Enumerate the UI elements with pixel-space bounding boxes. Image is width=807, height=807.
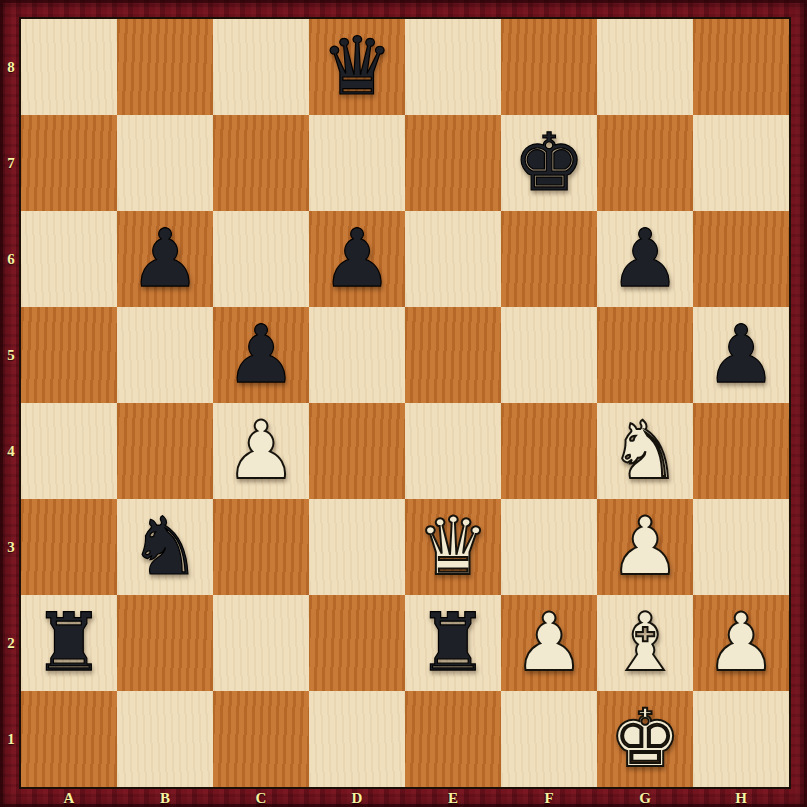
square-e3[interactable]: ♛ [405,499,501,595]
square-a8[interactable] [21,19,117,115]
white-knight-piece[interactable]: ♞ [609,411,681,491]
square-c6[interactable] [213,211,309,307]
square-a6[interactable] [21,211,117,307]
square-d4[interactable] [309,403,405,499]
square-g4[interactable]: ♞ [597,403,693,499]
white-bishop-piece[interactable]: ♝ [609,603,681,683]
square-g3[interactable]: ♟ [597,499,693,595]
rank-label-1: 1 [0,730,22,748]
square-c4[interactable]: ♟ [213,403,309,499]
square-a5[interactable] [21,307,117,403]
square-a3[interactable] [21,499,117,595]
square-c7[interactable] [213,115,309,211]
square-d1[interactable] [309,691,405,787]
square-d2[interactable] [309,595,405,691]
square-f6[interactable] [501,211,597,307]
rank-label-6: 6 [0,250,22,268]
square-f2[interactable]: ♟ [501,595,597,691]
square-a2[interactable]: ♜ [21,595,117,691]
black-king-piece[interactable]: ♚ [513,123,585,203]
square-c2[interactable] [213,595,309,691]
square-c5[interactable]: ♟ [213,307,309,403]
rank-label-8: 8 [0,58,22,76]
square-e4[interactable] [405,403,501,499]
square-h3[interactable] [693,499,789,595]
file-label-b: B [154,789,176,807]
black-pawn-piece[interactable]: ♟ [321,219,393,299]
square-h4[interactable] [693,403,789,499]
rank-label-2: 2 [0,634,22,652]
square-f1[interactable] [501,691,597,787]
white-queen-piece[interactable]: ♛ [417,507,489,587]
square-c8[interactable] [213,19,309,115]
square-e6[interactable] [405,211,501,307]
square-e7[interactable] [405,115,501,211]
square-c1[interactable] [213,691,309,787]
rank-label-4: 4 [0,442,22,460]
square-b3[interactable]: ♞ [117,499,213,595]
rank-label-7: 7 [0,154,22,172]
file-label-g: G [634,789,656,807]
square-b2[interactable] [117,595,213,691]
chessboard-frame: ♛♚♟♟♟♟♟♟♞♞♛♟♜♜♟♝♟♚ 87654321ABCDEFGH [0,0,807,807]
square-g6[interactable]: ♟ [597,211,693,307]
square-h7[interactable] [693,115,789,211]
black-knight-piece[interactable]: ♞ [129,507,201,587]
chessboard: ♛♚♟♟♟♟♟♟♞♞♛♟♜♜♟♝♟♚ [21,19,789,787]
square-h2[interactable]: ♟ [693,595,789,691]
square-f4[interactable] [501,403,597,499]
square-a1[interactable] [21,691,117,787]
square-b4[interactable] [117,403,213,499]
square-b1[interactable] [117,691,213,787]
square-e8[interactable] [405,19,501,115]
black-rook-piece[interactable]: ♜ [417,603,489,683]
file-label-h: H [730,789,752,807]
black-queen-piece[interactable]: ♛ [321,27,393,107]
square-g2[interactable]: ♝ [597,595,693,691]
square-d8[interactable]: ♛ [309,19,405,115]
file-label-a: A [58,789,80,807]
square-f3[interactable] [501,499,597,595]
white-pawn-piece[interactable]: ♟ [609,507,681,587]
file-label-e: E [442,789,464,807]
square-a4[interactable] [21,403,117,499]
square-g1[interactable]: ♚ [597,691,693,787]
square-d6[interactable]: ♟ [309,211,405,307]
white-king-piece[interactable]: ♚ [609,699,681,779]
square-h6[interactable] [693,211,789,307]
square-d3[interactable] [309,499,405,595]
square-c3[interactable] [213,499,309,595]
square-e2[interactable]: ♜ [405,595,501,691]
black-pawn-piece[interactable]: ♟ [225,315,297,395]
white-pawn-piece[interactable]: ♟ [225,411,297,491]
square-e5[interactable] [405,307,501,403]
square-f5[interactable] [501,307,597,403]
file-label-f: F [538,789,560,807]
square-d5[interactable] [309,307,405,403]
file-label-d: D [346,789,368,807]
square-g5[interactable] [597,307,693,403]
square-g8[interactable] [597,19,693,115]
rank-label-5: 5 [0,346,22,364]
square-h8[interactable] [693,19,789,115]
square-b6[interactable]: ♟ [117,211,213,307]
square-g7[interactable] [597,115,693,211]
white-pawn-piece[interactable]: ♟ [705,603,777,683]
square-h5[interactable]: ♟ [693,307,789,403]
black-pawn-piece[interactable]: ♟ [609,219,681,299]
black-pawn-piece[interactable]: ♟ [129,219,201,299]
square-b7[interactable] [117,115,213,211]
black-rook-piece[interactable]: ♜ [33,603,105,683]
square-h1[interactable] [693,691,789,787]
square-a7[interactable] [21,115,117,211]
square-b8[interactable] [117,19,213,115]
file-label-c: C [250,789,272,807]
square-f7[interactable]: ♚ [501,115,597,211]
square-f8[interactable] [501,19,597,115]
black-pawn-piece[interactable]: ♟ [705,315,777,395]
rank-label-3: 3 [0,538,22,556]
square-d7[interactable] [309,115,405,211]
square-b5[interactable] [117,307,213,403]
white-pawn-piece[interactable]: ♟ [513,603,585,683]
square-e1[interactable] [405,691,501,787]
